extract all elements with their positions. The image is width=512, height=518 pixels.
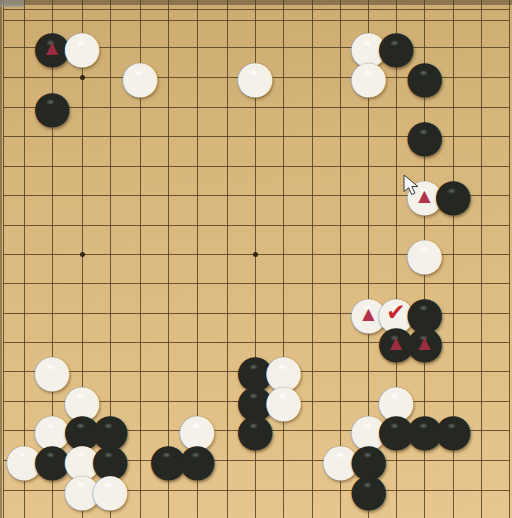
black-stone[interactable]: ● [438,416,468,446]
grid-line-horizontal [3,166,510,167]
stone-glyph: ● [90,467,129,512]
white-stone[interactable]: ● [410,239,440,269]
stone-glyph: ● [120,54,159,99]
video-corner-artifact [0,0,24,7]
white-stone[interactable]: ● [125,63,155,93]
stone-glyph: ● [32,84,71,129]
stone-glyph: ● [405,113,444,158]
stone-glyph: ● [405,231,444,276]
star-point [253,252,258,257]
stone-glyph: ● [405,319,444,364]
stone-glyph: ● [62,24,101,69]
white-stone[interactable]: ● [67,33,97,63]
stone-glyph: ● [177,437,216,482]
board-left-edge-shadow [0,0,2,518]
black-stone[interactable]: ● [438,181,468,211]
black-stone[interactable]: ● [240,416,270,446]
black-stone[interactable]: ● [410,328,440,358]
white-stone[interactable]: ● [240,63,270,93]
stone-glyph: ● [405,54,444,99]
black-stone[interactable]: ● [410,63,440,93]
black-stone[interactable]: ● [182,445,212,475]
black-stone[interactable]: ● [410,122,440,152]
board-top-edge-shadow [0,0,512,5]
black-stone[interactable]: ● [354,475,384,505]
grid-line-horizontal [3,283,510,284]
white-stone[interactable]: ● [95,475,125,505]
stone-glyph: ● [433,407,472,452]
stone-glyph: ● [433,172,472,217]
stone-glyph: ● [349,54,388,99]
stone-glyph: ● [235,54,274,99]
grid-line-horizontal [3,9,510,10]
mouse-cursor-icon [403,175,420,197]
black-stone[interactable]: ● [37,92,67,122]
stone-glyph: ● [349,467,388,512]
stone-glyph: ● [235,407,274,452]
white-stone[interactable]: ● [354,63,384,93]
grid-line-horizontal [3,107,510,108]
star-point [80,75,85,80]
star-point [80,252,85,257]
go-board[interactable]: ●●●●●●●●●●●●●●●●●●●●●●●●●●●●●●●●●●●●●●●●… [0,0,512,518]
grid-line-horizontal [3,225,510,226]
